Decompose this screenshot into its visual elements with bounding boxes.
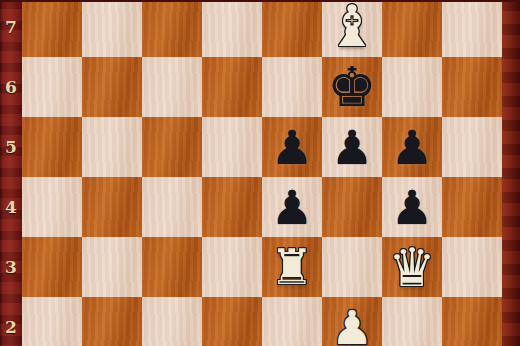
square-b3[interactable]	[82, 237, 142, 297]
square-e2[interactable]	[262, 297, 322, 346]
board-left-frame: 765432	[0, 0, 22, 346]
square-g7[interactable]	[382, 0, 442, 57]
square-e4[interactable]: ♟	[262, 177, 322, 237]
chess-diagram: ♝♚♟♟♟♟♟♜♛♟ 765432	[0, 0, 520, 346]
rank-label-5: 5	[0, 117, 22, 177]
square-c6[interactable]	[142, 57, 202, 117]
square-d2[interactable]	[202, 297, 262, 346]
square-a4[interactable]	[22, 177, 82, 237]
square-e6[interactable]	[262, 57, 322, 117]
square-h6[interactable]	[442, 57, 502, 117]
square-b5[interactable]	[82, 117, 142, 177]
white-queen-icon[interactable]: ♛	[388, 241, 436, 294]
square-e5[interactable]: ♟	[262, 117, 322, 177]
square-d5[interactable]	[202, 117, 262, 177]
square-c5[interactable]	[142, 117, 202, 177]
square-f4[interactable]	[322, 177, 382, 237]
square-f7[interactable]: ♝	[322, 0, 382, 57]
square-d4[interactable]	[202, 177, 262, 237]
square-e3[interactable]: ♜	[262, 237, 322, 297]
black-pawn-icon[interactable]: ♟	[271, 184, 313, 231]
black-pawn-icon[interactable]: ♟	[331, 124, 373, 171]
square-f3[interactable]	[322, 237, 382, 297]
square-f2[interactable]: ♟	[322, 297, 382, 346]
square-f6[interactable]: ♚	[322, 57, 382, 117]
square-d6[interactable]	[202, 57, 262, 117]
square-c3[interactable]	[142, 237, 202, 297]
rank-labels: 765432	[0, 0, 22, 346]
square-h7[interactable]	[442, 0, 502, 57]
board-top-edge	[0, 0, 520, 2]
square-f5[interactable]: ♟	[322, 117, 382, 177]
square-b2[interactable]	[82, 297, 142, 346]
square-c4[interactable]	[142, 177, 202, 237]
black-king-icon[interactable]: ♚	[327, 60, 376, 115]
black-pawn-icon[interactable]: ♟	[391, 124, 433, 171]
square-a7[interactable]	[22, 0, 82, 57]
square-g4[interactable]: ♟	[382, 177, 442, 237]
white-pawn-icon[interactable]: ♟	[331, 304, 373, 346]
square-g5[interactable]: ♟	[382, 117, 442, 177]
square-a5[interactable]	[22, 117, 82, 177]
white-bishop-icon[interactable]: ♝	[326, 0, 377, 55]
black-pawn-icon[interactable]: ♟	[271, 124, 313, 171]
square-a3[interactable]	[22, 237, 82, 297]
square-c7[interactable]	[142, 0, 202, 57]
square-h5[interactable]	[442, 117, 502, 177]
square-h3[interactable]	[442, 237, 502, 297]
board-right-frame	[502, 0, 520, 346]
square-b4[interactable]	[82, 177, 142, 237]
square-a6[interactable]	[22, 57, 82, 117]
board-grid: ♝♚♟♟♟♟♟♜♛♟	[22, 0, 502, 346]
square-a2[interactable]	[22, 297, 82, 346]
square-b7[interactable]	[82, 0, 142, 57]
square-g3[interactable]: ♛	[382, 237, 442, 297]
square-d3[interactable]	[202, 237, 262, 297]
square-g2[interactable]	[382, 297, 442, 346]
rank-label-7: 7	[0, 0, 22, 57]
square-d7[interactable]	[202, 0, 262, 57]
square-c2[interactable]	[142, 297, 202, 346]
rank-label-3: 3	[0, 237, 22, 297]
square-e7[interactable]	[262, 0, 322, 57]
square-h2[interactable]	[442, 297, 502, 346]
square-h4[interactable]	[442, 177, 502, 237]
white-rook-icon[interactable]: ♜	[270, 243, 314, 292]
rank-label-2: 2	[0, 297, 22, 346]
rank-label-4: 4	[0, 177, 22, 237]
rank-label-6: 6	[0, 57, 22, 117]
square-b6[interactable]	[82, 57, 142, 117]
black-pawn-icon[interactable]: ♟	[391, 184, 433, 231]
square-g6[interactable]	[382, 57, 442, 117]
